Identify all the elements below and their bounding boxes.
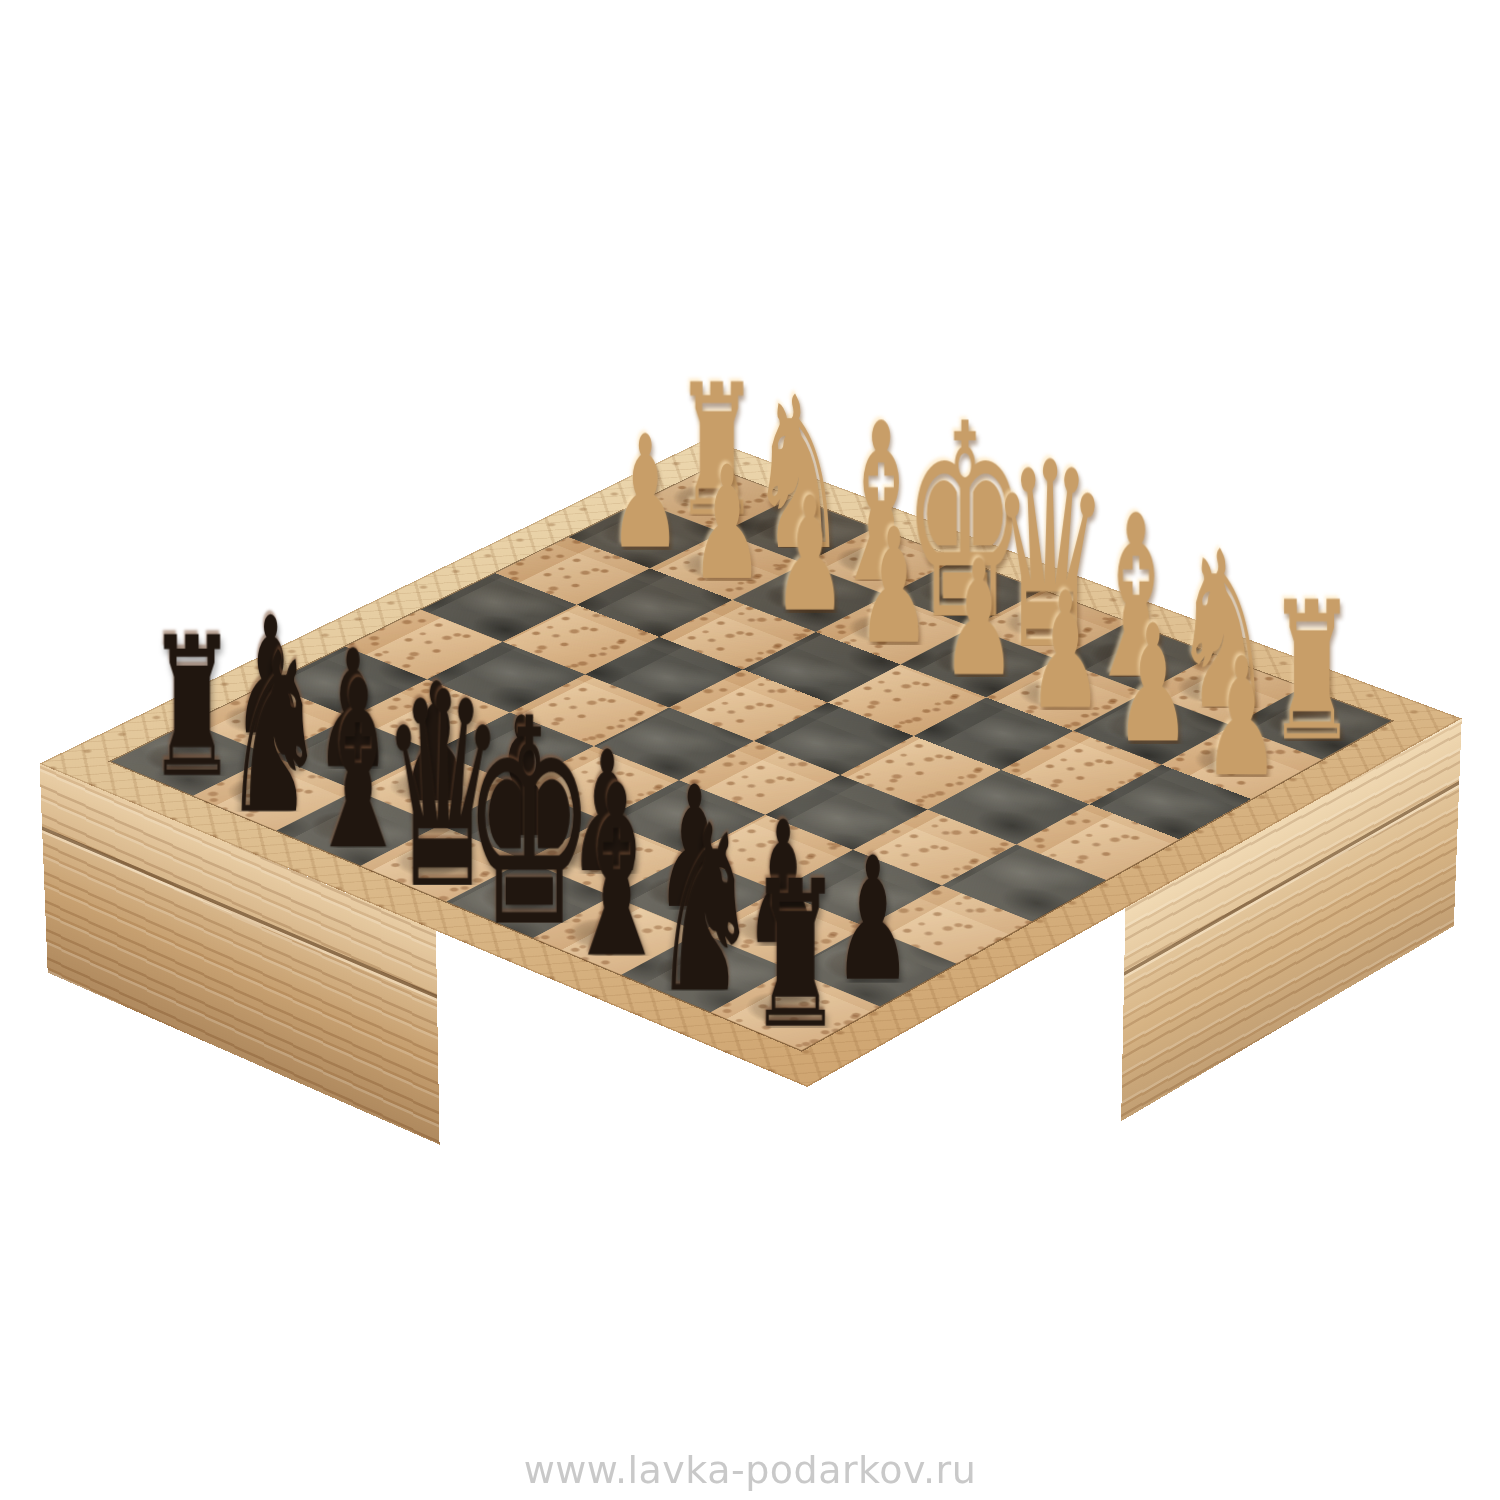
- watermark-text: www.lavka-podarkov.ru: [0, 1448, 1500, 1492]
- product-photo-scene: ♜♞♝♚♛♝♞♜♟♟♟♟♟♟♟♟♟♟♟♟♟♟♟♟♜♞♝♛♚♝♞♜: [0, 0, 1500, 1500]
- chess-box: ♜♞♝♚♛♝♞♜♟♟♟♟♟♟♟♟♟♟♟♟♟♟♟♟♜♞♝♛♚♝♞♜: [40, 438, 1462, 1087]
- square-a8[interactable]: ♜: [711, 969, 880, 1050]
